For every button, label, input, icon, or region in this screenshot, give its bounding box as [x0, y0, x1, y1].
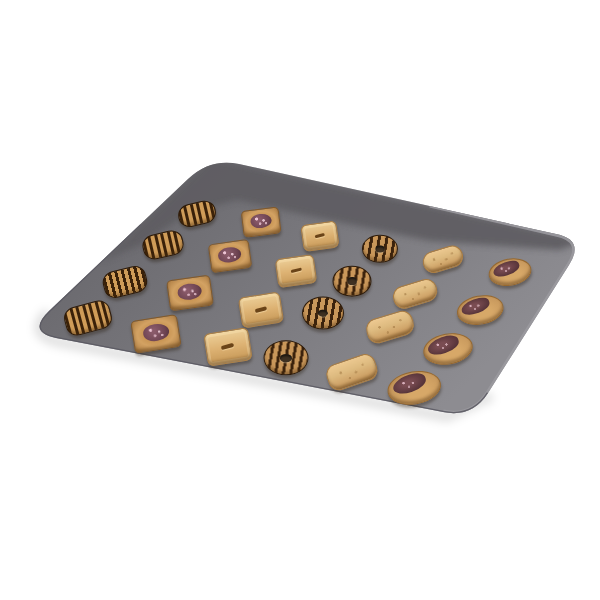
cookie-striped-oval [62, 298, 115, 338]
cookie-rect-biscuit [363, 308, 416, 346]
button-square-slit [290, 267, 302, 273]
cookie-striped-donut [362, 235, 398, 263]
cookie-button-square [275, 254, 318, 288]
striped-donut-hole [318, 309, 328, 317]
cookie-button-square [238, 291, 284, 328]
cookie-rect-biscuit [390, 276, 439, 311]
cookies-layer [0, 0, 600, 600]
jam-round-smear [426, 333, 461, 358]
cookie-jam-round [421, 329, 476, 368]
cookie-jam-round [455, 292, 506, 328]
scene [0, 0, 600, 600]
cookie-jam-round [385, 367, 443, 409]
cookie-rect-biscuit [323, 351, 380, 393]
jam-square-jam [218, 246, 242, 263]
button-square-slit [315, 232, 326, 238]
cookie-jam-square [241, 206, 282, 237]
cookie-button-square [203, 327, 253, 367]
cookie-striped-oval [140, 228, 186, 262]
striped-donut-hole [376, 246, 385, 253]
cookie-jam-square [208, 239, 253, 273]
cookie-striped-donut [332, 266, 371, 297]
button-square-slit [221, 342, 234, 349]
striped-donut-hole [280, 354, 291, 362]
cookie-jam-round [487, 255, 534, 289]
jam-square-jam [250, 213, 272, 229]
striped-donut-hole [347, 277, 357, 284]
cookie-button-square [300, 220, 339, 251]
jam-round-smear [460, 295, 492, 318]
cookie-striped-donut [264, 340, 309, 375]
jam-square-jam [177, 282, 203, 301]
cookie-striped-oval [100, 264, 149, 301]
jam-round-smear [491, 258, 521, 279]
cookie-striped-donut [302, 297, 344, 330]
cookie-rect-biscuit [420, 243, 466, 276]
cookie-jam-square [130, 314, 182, 354]
cookie-striped-oval [176, 198, 218, 229]
cookie-jam-square [166, 275, 214, 312]
jam-round-smear [390, 370, 428, 397]
button-square-slit [255, 306, 268, 313]
jam-square-jam [142, 322, 170, 343]
